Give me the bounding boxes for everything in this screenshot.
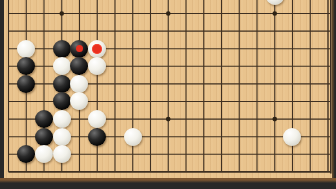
bottom-board-edge <box>0 178 336 189</box>
left-crop-band <box>0 0 4 181</box>
stone-white-Q11 <box>266 0 284 5</box>
stone-black-E7 <box>70 57 88 75</box>
stone-white-E5 <box>70 92 88 110</box>
stones-layer <box>0 0 336 181</box>
stone-white-D3 <box>53 128 71 146</box>
stone-white-C2 <box>35 145 53 163</box>
stone-black-F3 <box>88 128 106 146</box>
stone-white-F7 <box>88 57 106 75</box>
stone-black-E8 <box>70 40 88 58</box>
stone-white-D4 <box>53 110 71 128</box>
go-board[interactable] <box>0 0 336 189</box>
stone-black-D6 <box>53 75 71 93</box>
right-board-edge <box>332 0 336 181</box>
stone-black-C3 <box>35 128 53 146</box>
stone-black-B2 <box>17 145 35 163</box>
stone-white-R3 <box>283 128 301 146</box>
stone-black-C4 <box>35 110 53 128</box>
stone-black-D5 <box>53 92 71 110</box>
last-move-marker-E8 <box>76 45 83 52</box>
stone-white-D2 <box>53 145 71 163</box>
stone-black-B6 <box>17 75 35 93</box>
stone-white-D7 <box>53 57 71 75</box>
stone-black-B7 <box>17 57 35 75</box>
stone-white-E6 <box>70 75 88 93</box>
stone-white-F8 <box>88 40 106 58</box>
stone-white-B8 <box>17 40 35 58</box>
stone-white-F4 <box>88 110 106 128</box>
last-move-marker-F8 <box>92 44 102 54</box>
stone-white-H3 <box>124 128 142 146</box>
stone-black-D8 <box>53 40 71 58</box>
